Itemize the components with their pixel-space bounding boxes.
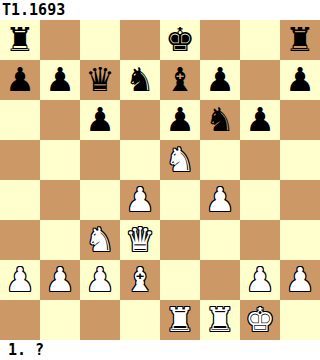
square-h4[interactable] — [280, 180, 320, 220]
square-d1[interactable] — [120, 300, 160, 340]
black-knight-icon: ♞ — [200, 100, 240, 140]
black-pawn-icon: ♟ — [80, 100, 120, 140]
white-king-icon: ♚ — [240, 300, 280, 340]
square-a1[interactable] — [0, 300, 40, 340]
white-pawn-icon: ♟ — [40, 260, 80, 300]
white-rook-icon: ♜ — [160, 300, 200, 340]
square-f8[interactable] — [200, 20, 240, 60]
square-a4[interactable] — [0, 180, 40, 220]
black-pawn-icon: ♟ — [200, 60, 240, 100]
square-e6[interactable]: ♟ — [160, 100, 200, 140]
square-d2[interactable]: ♝ — [120, 260, 160, 300]
black-pawn-icon: ♟ — [280, 60, 320, 100]
square-g7[interactable] — [240, 60, 280, 100]
square-a5[interactable] — [0, 140, 40, 180]
square-e4[interactable] — [160, 180, 200, 220]
puzzle-id: T1.1693 — [0, 0, 320, 20]
square-f5[interactable] — [200, 140, 240, 180]
white-pawn-icon: ♟ — [120, 180, 160, 220]
square-e2[interactable] — [160, 260, 200, 300]
square-b7[interactable]: ♟ — [40, 60, 80, 100]
square-d4[interactable]: ♟ — [120, 180, 160, 220]
square-h7[interactable]: ♟ — [280, 60, 320, 100]
square-b6[interactable] — [40, 100, 80, 140]
white-pawn-icon: ♟ — [0, 260, 40, 300]
square-b4[interactable] — [40, 180, 80, 220]
square-b3[interactable] — [40, 220, 80, 260]
black-queen-icon: ♛ — [80, 60, 120, 100]
white-knight-icon: ♞ — [80, 220, 120, 260]
white-pawn-icon: ♟ — [280, 260, 320, 300]
square-d5[interactable] — [120, 140, 160, 180]
square-e3[interactable] — [160, 220, 200, 260]
black-rook-icon: ♜ — [0, 20, 40, 60]
square-c2[interactable]: ♟ — [80, 260, 120, 300]
square-d6[interactable] — [120, 100, 160, 140]
square-a7[interactable]: ♟ — [0, 60, 40, 100]
square-c4[interactable] — [80, 180, 120, 220]
square-c7[interactable]: ♛ — [80, 60, 120, 100]
square-g1[interactable]: ♚ — [240, 300, 280, 340]
square-c6[interactable]: ♟ — [80, 100, 120, 140]
white-knight-icon: ♞ — [160, 140, 200, 180]
square-e7[interactable]: ♝ — [160, 60, 200, 100]
square-h2[interactable]: ♟ — [280, 260, 320, 300]
square-g6[interactable]: ♟ — [240, 100, 280, 140]
white-pawn-icon: ♟ — [240, 260, 280, 300]
square-f1[interactable]: ♜ — [200, 300, 240, 340]
square-g4[interactable] — [240, 180, 280, 220]
black-pawn-icon: ♟ — [40, 60, 80, 100]
chess-board: ♜♚♜♟♟♛♞♝♟♟♟♟♞♟♞♟♟♞♛♟♟♟♝♟♟♜♜♚ — [0, 20, 320, 340]
black-pawn-icon: ♟ — [160, 100, 200, 140]
square-f2[interactable] — [200, 260, 240, 300]
white-bishop-icon: ♝ — [120, 260, 160, 300]
square-b2[interactable]: ♟ — [40, 260, 80, 300]
white-rook-icon: ♜ — [200, 300, 240, 340]
black-king-icon: ♚ — [160, 20, 200, 60]
black-pawn-icon: ♟ — [240, 100, 280, 140]
square-h3[interactable] — [280, 220, 320, 260]
square-d3[interactable]: ♛ — [120, 220, 160, 260]
square-c8[interactable] — [80, 20, 120, 60]
square-h8[interactable]: ♜ — [280, 20, 320, 60]
white-queen-icon: ♛ — [120, 220, 160, 260]
square-a2[interactable]: ♟ — [0, 260, 40, 300]
square-a6[interactable] — [0, 100, 40, 140]
black-bishop-icon: ♝ — [160, 60, 200, 100]
square-a8[interactable]: ♜ — [0, 20, 40, 60]
white-pawn-icon: ♟ — [80, 260, 120, 300]
black-knight-icon: ♞ — [120, 60, 160, 100]
square-e5[interactable]: ♞ — [160, 140, 200, 180]
square-g5[interactable] — [240, 140, 280, 180]
square-b8[interactable] — [40, 20, 80, 60]
square-b1[interactable] — [40, 300, 80, 340]
square-d7[interactable]: ♞ — [120, 60, 160, 100]
square-f6[interactable]: ♞ — [200, 100, 240, 140]
square-g2[interactable]: ♟ — [240, 260, 280, 300]
square-h6[interactable] — [280, 100, 320, 140]
square-c5[interactable] — [80, 140, 120, 180]
move-prompt: 1. ? — [0, 340, 320, 360]
square-f4[interactable]: ♟ — [200, 180, 240, 220]
square-c3[interactable]: ♞ — [80, 220, 120, 260]
square-g8[interactable] — [240, 20, 280, 60]
square-e8[interactable]: ♚ — [160, 20, 200, 60]
square-f3[interactable] — [200, 220, 240, 260]
square-a3[interactable] — [0, 220, 40, 260]
square-b5[interactable] — [40, 140, 80, 180]
square-f7[interactable]: ♟ — [200, 60, 240, 100]
black-pawn-icon: ♟ — [0, 60, 40, 100]
black-rook-icon: ♜ — [280, 20, 320, 60]
square-e1[interactable]: ♜ — [160, 300, 200, 340]
square-c1[interactable] — [80, 300, 120, 340]
square-h5[interactable] — [280, 140, 320, 180]
square-d8[interactable] — [120, 20, 160, 60]
white-pawn-icon: ♟ — [200, 180, 240, 220]
square-h1[interactable] — [280, 300, 320, 340]
square-g3[interactable] — [240, 220, 280, 260]
